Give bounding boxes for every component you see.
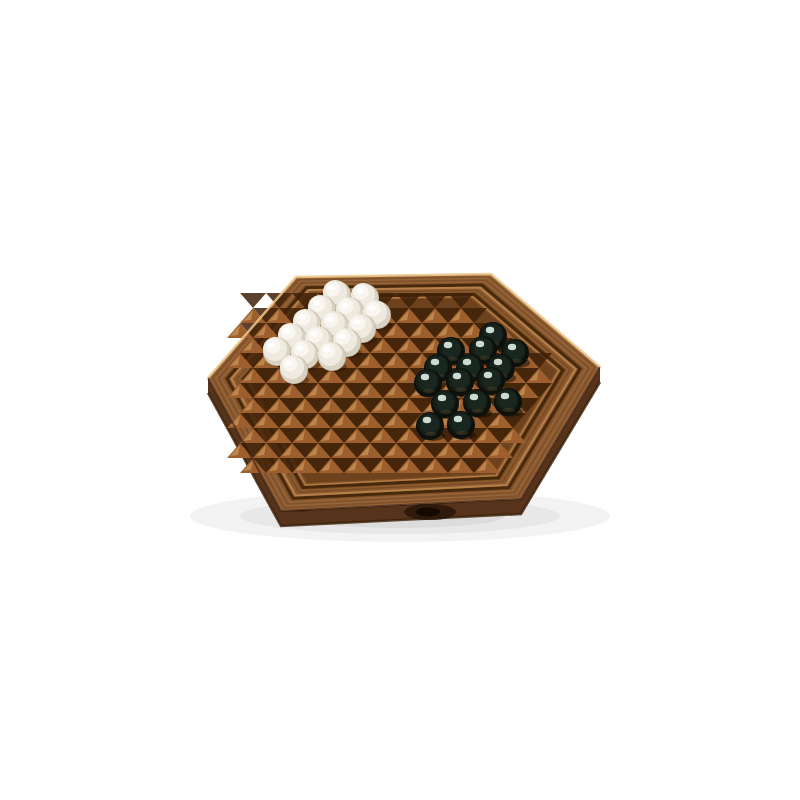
product-photo: [0, 0, 800, 800]
hexagonal-marble-board: [0, 0, 800, 800]
